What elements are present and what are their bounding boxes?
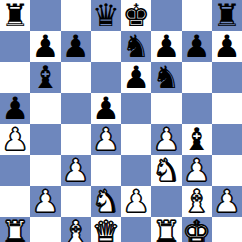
white-knight-piece: ♞ [152,155,180,186]
black-king-piece: ♚ [122,0,150,31]
square-h1[interactable] [212,217,242,242]
square-f5[interactable] [151,93,181,124]
black-pawn-piece: ♟ [152,31,180,62]
square-d7[interactable] [91,31,121,62]
black-rook-piece: ♜ [213,0,241,31]
square-f4[interactable]: ♟ [151,124,181,155]
square-b8[interactable] [30,0,60,31]
square-c6[interactable] [61,62,91,93]
square-h3[interactable] [212,155,242,186]
square-g1[interactable]: ♚ [182,217,212,242]
square-c8[interactable] [61,0,91,31]
square-f3[interactable]: ♞ [151,155,181,186]
chess-board: ♜♛♚♜♟♟♞♟♟♟♝♟♞♟♟♟♟♟♝♟♞♟♟♞♟♝♟♜♝♛♜♚ [0,0,242,242]
black-pawn-piece: ♟ [213,31,241,62]
square-g6[interactable] [182,62,212,93]
square-f2[interactable] [151,186,181,217]
square-b2[interactable]: ♟ [30,186,60,217]
square-d5[interactable]: ♟ [91,93,121,124]
square-b4[interactable] [30,124,60,155]
black-pawn-piece: ♟ [62,31,90,62]
white-bishop-piece: ♝ [183,186,211,217]
square-d1[interactable]: ♛ [91,217,121,242]
square-h7[interactable]: ♟ [212,31,242,62]
square-h5[interactable] [212,93,242,124]
white-pawn-piece: ♟ [213,186,241,217]
square-h8[interactable]: ♜ [212,0,242,31]
square-a5[interactable]: ♟ [0,93,30,124]
black-pawn-piece: ♟ [92,93,120,124]
square-e6[interactable]: ♟ [121,62,151,93]
square-c3[interactable]: ♟ [61,155,91,186]
square-h4[interactable] [212,124,242,155]
white-queen-piece: ♛ [92,217,120,242]
square-c7[interactable]: ♟ [61,31,91,62]
white-pawn-piece: ♟ [152,124,180,155]
square-b7[interactable]: ♟ [30,31,60,62]
square-a3[interactable] [0,155,30,186]
square-f1[interactable]: ♜ [151,217,181,242]
square-a1[interactable]: ♜ [0,217,30,242]
black-pawn-piece: ♟ [1,93,29,124]
black-bishop-piece: ♝ [183,124,211,155]
black-pawn-piece: ♟ [183,31,211,62]
square-a2[interactable] [0,186,30,217]
white-rook-piece: ♜ [152,217,180,242]
square-e2[interactable]: ♟ [121,186,151,217]
white-pawn-piece: ♟ [1,124,29,155]
square-d4[interactable]: ♟ [91,124,121,155]
white-pawn-piece: ♟ [122,186,150,217]
square-g4[interactable]: ♝ [182,124,212,155]
white-knight-piece: ♞ [92,186,120,217]
black-knight-piece: ♞ [152,62,180,93]
square-e5[interactable] [121,93,151,124]
square-d3[interactable] [91,155,121,186]
square-e7[interactable]: ♞ [121,31,151,62]
square-a4[interactable]: ♟ [0,124,30,155]
chess-board-container: ♜♛♚♜♟♟♞♟♟♟♝♟♞♟♟♟♟♟♝♟♞♟♟♞♟♝♟♜♝♛♜♚ [0,0,242,242]
black-rook-piece: ♜ [1,0,29,31]
square-g8[interactable] [182,0,212,31]
white-pawn-piece: ♟ [62,155,90,186]
white-bishop-piece: ♝ [62,217,90,242]
white-king-piece: ♚ [183,217,211,242]
black-bishop-piece: ♝ [31,62,59,93]
square-e3[interactable] [121,155,151,186]
square-a8[interactable]: ♜ [0,0,30,31]
square-b3[interactable] [30,155,60,186]
square-c4[interactable] [61,124,91,155]
square-g2[interactable]: ♝ [182,186,212,217]
white-pawn-piece: ♟ [183,155,211,186]
white-pawn-piece: ♟ [92,124,120,155]
square-e4[interactable] [121,124,151,155]
square-c5[interactable] [61,93,91,124]
black-knight-piece: ♞ [122,31,150,62]
square-d2[interactable]: ♞ [91,186,121,217]
square-h6[interactable] [212,62,242,93]
square-f6[interactable]: ♞ [151,62,181,93]
white-rook-piece: ♜ [1,217,29,242]
square-c1[interactable]: ♝ [61,217,91,242]
square-a7[interactable] [0,31,30,62]
square-g7[interactable]: ♟ [182,31,212,62]
square-e1[interactable] [121,217,151,242]
square-e8[interactable]: ♚ [121,0,151,31]
square-g5[interactable] [182,93,212,124]
square-f8[interactable] [151,0,181,31]
white-pawn-piece: ♟ [31,186,59,217]
square-f7[interactable]: ♟ [151,31,181,62]
black-pawn-piece: ♟ [122,62,150,93]
square-b6[interactable]: ♝ [30,62,60,93]
square-d6[interactable] [91,62,121,93]
square-g3[interactable]: ♟ [182,155,212,186]
black-queen-piece: ♛ [92,0,120,31]
square-b5[interactable] [30,93,60,124]
square-c2[interactable] [61,186,91,217]
square-a6[interactable] [0,62,30,93]
black-pawn-piece: ♟ [31,31,59,62]
square-h2[interactable]: ♟ [212,186,242,217]
square-d8[interactable]: ♛ [91,0,121,31]
square-b1[interactable] [30,217,60,242]
